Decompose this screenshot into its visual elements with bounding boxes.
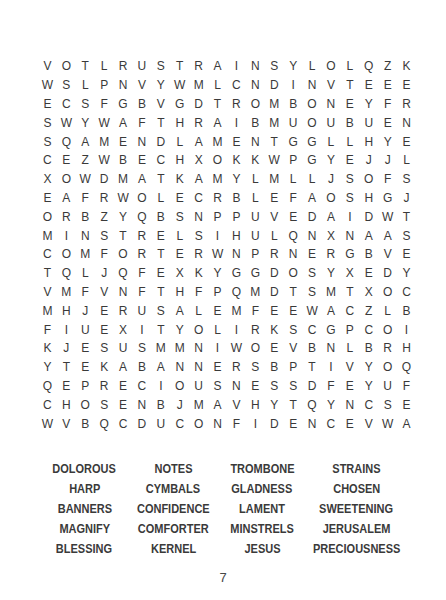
grid-cell-r10c6[interactable]: R	[132, 226, 151, 245]
grid-cell-r13c8[interactable]: H	[170, 283, 189, 302]
grid-cell-r8c8[interactable]: E	[170, 189, 189, 208]
grid-cell-r12c1[interactable]: T	[38, 264, 57, 283]
grid-cell-r17c14[interactable]: P	[284, 358, 303, 377]
grid-cell-r5c13[interactable]: T	[265, 132, 284, 151]
grid-cell-r15c11[interactable]: I	[227, 320, 246, 339]
grid-cell-r18c1[interactable]: Q	[38, 377, 57, 396]
grid-cell-r10c14[interactable]: Q	[284, 226, 303, 245]
grid-cell-r5c15[interactable]: G	[303, 132, 322, 151]
grid-cell-r6c13[interactable]: W	[265, 151, 284, 170]
grid-cell-r6c1[interactable]: C	[38, 151, 57, 170]
grid-cell-r20c10[interactable]: N	[208, 414, 227, 433]
grid-cell-r6c9[interactable]: X	[189, 151, 208, 170]
grid-cell-r12c8[interactable]: X	[170, 264, 189, 283]
grid-cell-r3c19[interactable]: F	[378, 95, 397, 114]
grid-cell-r4c7[interactable]: T	[151, 113, 170, 132]
grid-cell-r1c6[interactable]: U	[132, 57, 151, 76]
grid-cell-r3c16[interactable]: N	[321, 95, 340, 114]
grid-cell-r6c12[interactable]: K	[246, 151, 265, 170]
grid-cell-r20c4[interactable]: Q	[95, 414, 114, 433]
grid-cell-r7c3[interactable]: W	[76, 170, 95, 189]
grid-cell-r12c10[interactable]: Y	[208, 264, 227, 283]
grid-cell-r18c20[interactable]: F	[397, 377, 416, 396]
grid-cell-r2c16[interactable]: V	[321, 76, 340, 95]
grid-cell-r7c7[interactable]: T	[151, 170, 170, 189]
grid-cell-r13c6[interactable]: F	[132, 283, 151, 302]
grid-cell-r15c6[interactable]: I	[132, 320, 151, 339]
grid-cell-r20c16[interactable]: C	[321, 414, 340, 433]
grid-cell-r13c5[interactable]: N	[114, 283, 133, 302]
grid-cell-r11c3[interactable]: M	[76, 245, 95, 264]
grid-cell-r8c1[interactable]: E	[38, 189, 57, 208]
grid-cell-r17c9[interactable]: N	[189, 358, 208, 377]
grid-cell-r19c20[interactable]: E	[397, 395, 416, 414]
grid-cell-r9c10[interactable]: P	[208, 207, 227, 226]
grid-cell-r16c19[interactable]: R	[378, 339, 397, 358]
grid-cell-r15c13[interactable]: K	[265, 320, 284, 339]
grid-cell-r9c17[interactable]: I	[340, 207, 359, 226]
grid-cell-r16c17[interactable]: L	[340, 339, 359, 358]
grid-cell-r10c3[interactable]: N	[76, 226, 95, 245]
grid-cell-r1c18[interactable]: Q	[359, 57, 378, 76]
grid-cell-r16c6[interactable]: S	[132, 339, 151, 358]
grid-cell-r5c6[interactable]: N	[132, 132, 151, 151]
grid-cell-r19c17[interactable]: N	[340, 395, 359, 414]
grid-cell-r12c13[interactable]: D	[265, 264, 284, 283]
grid-cell-r9c4[interactable]: Z	[95, 207, 114, 226]
grid-cell-r1c14[interactable]: Y	[284, 57, 303, 76]
grid-cell-r17c16[interactable]: I	[321, 358, 340, 377]
grid-cell-r6c17[interactable]: E	[340, 151, 359, 170]
grid-cell-r16c2[interactable]: J	[57, 339, 76, 358]
grid-cell-r14c17[interactable]: C	[340, 301, 359, 320]
grid-cell-r1c8[interactable]: T	[170, 57, 189, 76]
grid-cell-r12c20[interactable]: Y	[397, 264, 416, 283]
grid-cell-r15c16[interactable]: G	[321, 320, 340, 339]
grid-cell-r20c2[interactable]: V	[57, 414, 76, 433]
grid-cell-r7c4[interactable]: D	[95, 170, 114, 189]
grid-cell-r3c1[interactable]: E	[38, 95, 57, 114]
grid-cell-r7c15[interactable]: L	[303, 170, 322, 189]
grid-cell-r16c14[interactable]: V	[284, 339, 303, 358]
grid-cell-r8c16[interactable]: O	[321, 189, 340, 208]
grid-cell-r12c12[interactable]: G	[246, 264, 265, 283]
grid-cell-r20c18[interactable]: V	[359, 414, 378, 433]
grid-cell-r8c18[interactable]: H	[359, 189, 378, 208]
grid-cell-r18c16[interactable]: F	[321, 377, 340, 396]
grid-cell-r10c15[interactable]: N	[303, 226, 322, 245]
grid-cell-r6c14[interactable]: P	[284, 151, 303, 170]
grid-cell-r14c14[interactable]: E	[284, 301, 303, 320]
grid-cell-r9c12[interactable]: U	[246, 207, 265, 226]
grid-cell-r2c4[interactable]: P	[95, 76, 114, 95]
grid-cell-r18c17[interactable]: E	[340, 377, 359, 396]
grid-cell-r12c9[interactable]: K	[189, 264, 208, 283]
grid-cell-r9c20[interactable]: T	[397, 207, 416, 226]
grid-cell-r7c6[interactable]: A	[132, 170, 151, 189]
grid-cell-r8c5[interactable]: W	[114, 189, 133, 208]
grid-cell-r4c19[interactable]: E	[378, 113, 397, 132]
grid-cell-r17c11[interactable]: R	[227, 358, 246, 377]
grid-cell-r10c1[interactable]: M	[38, 226, 57, 245]
grid-cell-r3c10[interactable]: T	[208, 95, 227, 114]
grid-cell-r10c11[interactable]: H	[227, 226, 246, 245]
grid-cell-r13c1[interactable]: V	[38, 283, 57, 302]
grid-cell-r19c8[interactable]: J	[170, 395, 189, 414]
grid-cell-r14c8[interactable]: A	[170, 301, 189, 320]
grid-cell-r17c6[interactable]: B	[132, 358, 151, 377]
grid-cell-r9c15[interactable]: D	[303, 207, 322, 226]
grid-cell-r8c13[interactable]: E	[265, 189, 284, 208]
grid-cell-r17c1[interactable]: Y	[38, 358, 57, 377]
grid-cell-r3c3[interactable]: S	[76, 95, 95, 114]
grid-cell-r1c20[interactable]: K	[397, 57, 416, 76]
grid-cell-r2c3[interactable]: L	[76, 76, 95, 95]
grid-cell-r16c13[interactable]: E	[265, 339, 284, 358]
grid-cell-r11c9[interactable]: R	[189, 245, 208, 264]
grid-cell-r5c7[interactable]: D	[151, 132, 170, 151]
grid-cell-r20c13[interactable]: D	[265, 414, 284, 433]
grid-cell-r5c17[interactable]: L	[340, 132, 359, 151]
grid-cell-r6c11[interactable]: K	[227, 151, 246, 170]
grid-cell-r6c8[interactable]: H	[170, 151, 189, 170]
grid-cell-r19c9[interactable]: M	[189, 395, 208, 414]
grid-cell-r18c7[interactable]: I	[151, 377, 170, 396]
grid-cell-r4c14[interactable]: U	[284, 113, 303, 132]
grid-cell-r2c13[interactable]: D	[265, 76, 284, 95]
grid-cell-r17c4[interactable]: K	[95, 358, 114, 377]
grid-cell-r1c2[interactable]: O	[57, 57, 76, 76]
grid-cell-r16c12[interactable]: O	[246, 339, 265, 358]
grid-cell-r15c12[interactable]: R	[246, 320, 265, 339]
grid-cell-r7c8[interactable]: K	[170, 170, 189, 189]
grid-cell-r13c4[interactable]: V	[95, 283, 114, 302]
grid-cell-r5c10[interactable]: M	[208, 132, 227, 151]
grid-cell-r4c13[interactable]: M	[265, 113, 284, 132]
grid-cell-r11c12[interactable]: P	[246, 245, 265, 264]
grid-cell-r16c1[interactable]: K	[38, 339, 57, 358]
grid-cell-r11c11[interactable]: N	[227, 245, 246, 264]
grid-cell-r18c15[interactable]: D	[303, 377, 322, 396]
grid-cell-r20c9[interactable]: O	[189, 414, 208, 433]
grid-cell-r1c17[interactable]: L	[340, 57, 359, 76]
grid-cell-r12c5[interactable]: Q	[114, 264, 133, 283]
grid-cell-r1c5[interactable]: R	[114, 57, 133, 76]
grid-cell-r9c16[interactable]: A	[321, 207, 340, 226]
grid-cell-r6c6[interactable]: E	[132, 151, 151, 170]
grid-cell-r12c19[interactable]: D	[378, 264, 397, 283]
grid-cell-r7c18[interactable]: O	[359, 170, 378, 189]
grid-cell-r18c11[interactable]: N	[227, 377, 246, 396]
grid-cell-r20c15[interactable]: N	[303, 414, 322, 433]
grid-cell-r13c11[interactable]: Q	[227, 283, 246, 302]
grid-cell-r19c15[interactable]: Q	[303, 395, 322, 414]
grid-cell-r9c8[interactable]: S	[170, 207, 189, 226]
grid-cell-r2c15[interactable]: N	[303, 76, 322, 95]
grid-cell-r13c17[interactable]: T	[340, 283, 359, 302]
grid-cell-r5c12[interactable]: N	[246, 132, 265, 151]
grid-cell-r14c15[interactable]: W	[303, 301, 322, 320]
grid-cell-r3c8[interactable]: G	[170, 95, 189, 114]
grid-cell-r19c1[interactable]: C	[38, 395, 57, 414]
grid-cell-r15c5[interactable]: X	[114, 320, 133, 339]
grid-cell-r4c9[interactable]: R	[189, 113, 208, 132]
grid-cell-r11c5[interactable]: O	[114, 245, 133, 264]
grid-cell-r11c20[interactable]: E	[397, 245, 416, 264]
grid-cell-r4c1[interactable]: S	[38, 113, 57, 132]
grid-cell-r9c11[interactable]: P	[227, 207, 246, 226]
grid-cell-r3c13[interactable]: M	[265, 95, 284, 114]
grid-cell-r9c3[interactable]: B	[76, 207, 95, 226]
grid-cell-r18c13[interactable]: S	[265, 377, 284, 396]
grid-cell-r1c4[interactable]: L	[95, 57, 114, 76]
grid-cell-r12c14[interactable]: O	[284, 264, 303, 283]
grid-cell-r11c6[interactable]: R	[132, 245, 151, 264]
grid-cell-r18c18[interactable]: Y	[359, 377, 378, 396]
grid-cell-r13c3[interactable]: F	[76, 283, 95, 302]
grid-cell-r3c6[interactable]: B	[132, 95, 151, 114]
grid-cell-r19c11[interactable]: V	[227, 395, 246, 414]
grid-cell-r9c18[interactable]: D	[359, 207, 378, 226]
grid-cell-r19c16[interactable]: Y	[321, 395, 340, 414]
grid-cell-r8c3[interactable]: F	[76, 189, 95, 208]
grid-cell-r2c10[interactable]: L	[208, 76, 227, 95]
grid-cell-r8c15[interactable]: A	[303, 189, 322, 208]
grid-cell-r19c5[interactable]: E	[114, 395, 133, 414]
grid-cell-r8c11[interactable]: B	[227, 189, 246, 208]
grid-cell-r4c18[interactable]: U	[359, 113, 378, 132]
grid-cell-r10c10[interactable]: I	[208, 226, 227, 245]
grid-cell-r5c20[interactable]: E	[397, 132, 416, 151]
grid-cell-r16c18[interactable]: B	[359, 339, 378, 358]
grid-cell-r17c15[interactable]: T	[303, 358, 322, 377]
grid-cell-r16c7[interactable]: M	[151, 339, 170, 358]
grid-cell-r18c14[interactable]: S	[284, 377, 303, 396]
grid-cell-r18c19[interactable]: U	[378, 377, 397, 396]
grid-cell-r15c15[interactable]: C	[303, 320, 322, 339]
grid-cell-r4c17[interactable]: B	[340, 113, 359, 132]
grid-cell-r15c1[interactable]: F	[38, 320, 57, 339]
grid-cell-r1c10[interactable]: A	[208, 57, 227, 76]
grid-cell-r1c3[interactable]: T	[76, 57, 95, 76]
grid-cell-r14c12[interactable]: F	[246, 301, 265, 320]
grid-cell-r14c4[interactable]: E	[95, 301, 114, 320]
grid-cell-r2c20[interactable]: E	[397, 76, 416, 95]
grid-cell-r11c7[interactable]: T	[151, 245, 170, 264]
grid-cell-r17c12[interactable]: S	[246, 358, 265, 377]
grid-cell-r14c16[interactable]: A	[321, 301, 340, 320]
grid-cell-r8c10[interactable]: R	[208, 189, 227, 208]
grid-cell-r4c10[interactable]: A	[208, 113, 227, 132]
grid-cell-r8c6[interactable]: O	[132, 189, 151, 208]
grid-cell-r17c19[interactable]: O	[378, 358, 397, 377]
grid-cell-r4c6[interactable]: F	[132, 113, 151, 132]
grid-cell-r18c5[interactable]: E	[114, 377, 133, 396]
grid-cell-r12c17[interactable]: X	[340, 264, 359, 283]
grid-cell-r19c18[interactable]: C	[359, 395, 378, 414]
grid-cell-r6c4[interactable]: W	[95, 151, 114, 170]
grid-cell-r20c5[interactable]: C	[114, 414, 133, 433]
grid-cell-r20c7[interactable]: U	[151, 414, 170, 433]
grid-cell-r3c15[interactable]: O	[303, 95, 322, 114]
grid-cell-r14c2[interactable]: H	[57, 301, 76, 320]
grid-cell-r18c6[interactable]: C	[132, 377, 151, 396]
grid-cell-r20c14[interactable]: E	[284, 414, 303, 433]
grid-cell-r19c13[interactable]: Y	[265, 395, 284, 414]
grid-cell-r9c1[interactable]: O	[38, 207, 57, 226]
grid-cell-r11c1[interactable]: C	[38, 245, 57, 264]
grid-cell-r13c15[interactable]: S	[303, 283, 322, 302]
grid-cell-r17c8[interactable]: N	[170, 358, 189, 377]
grid-cell-r2c12[interactable]: N	[246, 76, 265, 95]
grid-cell-r6c3[interactable]: Z	[76, 151, 95, 170]
grid-cell-r17c13[interactable]: B	[265, 358, 284, 377]
grid-cell-r13c9[interactable]: F	[189, 283, 208, 302]
grid-cell-r15c4[interactable]: E	[95, 320, 114, 339]
grid-cell-r13c14[interactable]: T	[284, 283, 303, 302]
grid-cell-r7c13[interactable]: M	[265, 170, 284, 189]
grid-cell-r11c19[interactable]: V	[378, 245, 397, 264]
grid-cell-r11c8[interactable]: E	[170, 245, 189, 264]
grid-cell-r20c8[interactable]: C	[170, 414, 189, 433]
grid-cell-r7c1[interactable]: X	[38, 170, 57, 189]
grid-cell-r13c16[interactable]: M	[321, 283, 340, 302]
grid-cell-r1c15[interactable]: L	[303, 57, 322, 76]
grid-cell-r1c13[interactable]: S	[265, 57, 284, 76]
grid-cell-r17c2[interactable]: T	[57, 358, 76, 377]
grid-cell-r8c20[interactable]: J	[397, 189, 416, 208]
grid-cell-r3c18[interactable]: Y	[359, 95, 378, 114]
grid-cell-r17c18[interactable]: Y	[359, 358, 378, 377]
grid-cell-r6c19[interactable]: J	[378, 151, 397, 170]
grid-cell-r18c10[interactable]: S	[208, 377, 227, 396]
grid-cell-r19c4[interactable]: S	[95, 395, 114, 414]
grid-cell-r9c6[interactable]: Q	[132, 207, 151, 226]
grid-cell-r13c7[interactable]: T	[151, 283, 170, 302]
grid-cell-r7c20[interactable]: S	[397, 170, 416, 189]
grid-cell-r4c15[interactable]: O	[303, 113, 322, 132]
grid-cell-r6c15[interactable]: G	[303, 151, 322, 170]
grid-cell-r20c20[interactable]: A	[397, 414, 416, 433]
grid-cell-r13c18[interactable]: X	[359, 283, 378, 302]
grid-cell-r11c17[interactable]: G	[340, 245, 359, 264]
grid-cell-r1c9[interactable]: R	[189, 57, 208, 76]
grid-cell-r12c11[interactable]: G	[227, 264, 246, 283]
grid-cell-r3c11[interactable]: R	[227, 95, 246, 114]
grid-cell-r6c16[interactable]: Y	[321, 151, 340, 170]
grid-cell-r5c14[interactable]: G	[284, 132, 303, 151]
grid-cell-r15c9[interactable]: O	[189, 320, 208, 339]
grid-cell-r12c2[interactable]: Q	[57, 264, 76, 283]
grid-cell-r3c14[interactable]: B	[284, 95, 303, 114]
grid-cell-r2c7[interactable]: Y	[151, 76, 170, 95]
grid-cell-r10c4[interactable]: S	[95, 226, 114, 245]
grid-cell-r9c5[interactable]: Y	[114, 207, 133, 226]
grid-cell-r16c9[interactable]: N	[189, 339, 208, 358]
grid-cell-r17c17[interactable]: V	[340, 358, 359, 377]
grid-cell-r2c6[interactable]: V	[132, 76, 151, 95]
grid-cell-r12c6[interactable]: F	[132, 264, 151, 283]
grid-cell-r4c20[interactable]: N	[397, 113, 416, 132]
grid-cell-r3c9[interactable]: D	[189, 95, 208, 114]
grid-cell-r16c11[interactable]: W	[227, 339, 246, 358]
grid-cell-r9c13[interactable]: V	[265, 207, 284, 226]
grid-cell-r12c4[interactable]: J	[95, 264, 114, 283]
grid-cell-r11c18[interactable]: B	[359, 245, 378, 264]
grid-cell-r7c17[interactable]: S	[340, 170, 359, 189]
grid-cell-r3c12[interactable]: O	[246, 95, 265, 114]
grid-cell-r10c7[interactable]: E	[151, 226, 170, 245]
grid-cell-r10c9[interactable]: S	[189, 226, 208, 245]
grid-cell-r16c4[interactable]: S	[95, 339, 114, 358]
grid-cell-r14c10[interactable]: E	[208, 301, 227, 320]
grid-cell-r19c10[interactable]: A	[208, 395, 227, 414]
grid-cell-r5c9[interactable]: A	[189, 132, 208, 151]
grid-cell-r20c1[interactable]: W	[38, 414, 57, 433]
grid-cell-r10c2[interactable]: I	[57, 226, 76, 245]
grid-cell-r2c19[interactable]: E	[378, 76, 397, 95]
grid-cell-r1c19[interactable]: Z	[378, 57, 397, 76]
grid-cell-r14c7[interactable]: S	[151, 301, 170, 320]
grid-cell-r4c3[interactable]: Y	[76, 113, 95, 132]
grid-cell-r8c12[interactable]: L	[246, 189, 265, 208]
grid-cell-r16c15[interactable]: B	[303, 339, 322, 358]
grid-cell-r10c17[interactable]: N	[340, 226, 359, 245]
grid-cell-r15c3[interactable]: U	[76, 320, 95, 339]
grid-cell-r12c18[interactable]: E	[359, 264, 378, 283]
grid-cell-r3c5[interactable]: G	[114, 95, 133, 114]
grid-cell-r11c10[interactable]: W	[208, 245, 227, 264]
grid-cell-r9c9[interactable]: N	[189, 207, 208, 226]
grid-cell-r7c12[interactable]: L	[246, 170, 265, 189]
grid-cell-r6c5[interactable]: B	[114, 151, 133, 170]
grid-cell-r6c10[interactable]: O	[208, 151, 227, 170]
grid-cell-r1c12[interactable]: N	[246, 57, 265, 76]
grid-cell-r1c11[interactable]: I	[227, 57, 246, 76]
grid-cell-r2c5[interactable]: N	[114, 76, 133, 95]
grid-cell-r12c16[interactable]: Y	[321, 264, 340, 283]
grid-cell-r16c16[interactable]: N	[321, 339, 340, 358]
grid-cell-r7c9[interactable]: A	[189, 170, 208, 189]
grid-cell-r19c7[interactable]: B	[151, 395, 170, 414]
grid-cell-r14c3[interactable]: J	[76, 301, 95, 320]
grid-cell-r5c5[interactable]: E	[114, 132, 133, 151]
grid-cell-r4c8[interactable]: H	[170, 113, 189, 132]
grid-cell-r13c19[interactable]: O	[378, 283, 397, 302]
grid-cell-r10c18[interactable]: A	[359, 226, 378, 245]
grid-cell-r6c2[interactable]: E	[57, 151, 76, 170]
grid-cell-r7c10[interactable]: M	[208, 170, 227, 189]
grid-cell-r20c12[interactable]: I	[246, 414, 265, 433]
grid-cell-r17c7[interactable]: A	[151, 358, 170, 377]
grid-cell-r14c18[interactable]: Z	[359, 301, 378, 320]
grid-cell-r16c10[interactable]: I	[208, 339, 227, 358]
grid-cell-r8c4[interactable]: R	[95, 189, 114, 208]
grid-cell-r15c17[interactable]: P	[340, 320, 359, 339]
grid-cell-r20c3[interactable]: B	[76, 414, 95, 433]
grid-cell-r14c6[interactable]: U	[132, 301, 151, 320]
grid-cell-r12c7[interactable]: E	[151, 264, 170, 283]
grid-cell-r12c15[interactable]: S	[303, 264, 322, 283]
grid-cell-r15c10[interactable]: L	[208, 320, 227, 339]
grid-cell-r17c10[interactable]: E	[208, 358, 227, 377]
grid-cell-r13c2[interactable]: M	[57, 283, 76, 302]
grid-cell-r5c8[interactable]: L	[170, 132, 189, 151]
grid-cell-r3c17[interactable]: E	[340, 95, 359, 114]
grid-cell-r2c18[interactable]: E	[359, 76, 378, 95]
grid-cell-r1c1[interactable]: V	[38, 57, 57, 76]
grid-cell-r1c16[interactable]: O	[321, 57, 340, 76]
